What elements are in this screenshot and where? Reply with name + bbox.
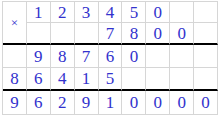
cell-r0-c4: 4 [99,2,123,23]
cell-r1-c5: 8 [122,23,146,45]
cell-r3-c5 [122,68,146,91]
cell-r2-c3: 7 [75,45,99,68]
cell-r1-c2 [51,23,75,45]
cell-r4-c0: 9 [3,91,27,115]
cell-r3-c0: 8 [3,68,27,91]
cell-r1-c8 [194,23,218,45]
cell-r2-c5: 0 [122,45,146,68]
cell-r0-c8 [194,2,218,23]
cell-r3-c1: 6 [27,68,51,91]
cell-r0-c7 [170,2,194,23]
cell-r0-c1: 1 [27,2,51,23]
cell-r0-c6: 0 [146,2,170,23]
cell-r2-c8 [194,45,218,68]
cell-r2-c7 [170,45,194,68]
cell-r1-c3 [75,23,99,45]
cell-r0-c5: 5 [122,2,146,23]
cell-r3-c8 [194,68,218,91]
cell-r4-c1: 6 [27,91,51,115]
cell-r1-c7: 0 [170,23,194,45]
cell-r0-c2: 2 [51,2,75,23]
cell-r2-c6 [146,45,170,68]
cell-r2-c4: 6 [99,45,123,68]
multiply-operator-icon: × [3,2,27,45]
cell-r0-c3: 3 [75,2,99,23]
cell-r1-c1 [27,23,51,45]
cell-r4-c7: 0 [170,91,194,115]
cell-r4-c8: 0 [194,91,218,115]
long-multiplication-worksheet: × 1 2 3 4 5 0 7 8 0 0 9 8 7 6 0 8 6 4 1 … [0,0,218,118]
cell-r2-c0 [3,45,27,68]
cell-r3-c2: 4 [51,68,75,91]
cell-r4-c4: 1 [99,91,123,115]
cell-r1-c4: 7 [99,23,123,45]
cell-r2-c2: 8 [51,45,75,68]
multiplication-grid: × 1 2 3 4 5 0 7 8 0 0 9 8 7 6 0 8 6 4 1 … [2,1,218,115]
cell-r4-c2: 2 [51,91,75,115]
cell-r4-c3: 9 [75,91,99,115]
cell-r3-c7 [170,68,194,91]
cell-r4-c6: 0 [146,91,170,115]
cell-r3-c3: 1 [75,68,99,91]
cell-r2-c1: 9 [27,45,51,68]
cell-r4-c5: 0 [122,91,146,115]
cell-r3-c6 [146,68,170,91]
cell-r1-c6: 0 [146,23,170,45]
cell-r3-c4: 5 [99,68,123,91]
